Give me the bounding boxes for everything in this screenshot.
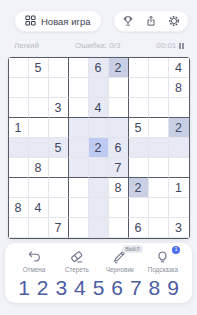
cell-r9c7[interactable]: 6 xyxy=(129,218,149,238)
cell-r2c1[interactable] xyxy=(9,78,29,98)
cell-r8c6[interactable] xyxy=(109,198,129,218)
toolbar: Отмена Стереть ВЫКЛ xyxy=(5,243,192,273)
status-bar: Легкий Ошибка: 0/3 00:01 xyxy=(0,32,197,50)
cell-r7c1[interactable] xyxy=(9,178,29,198)
cell-r3c2[interactable] xyxy=(29,98,49,118)
numpad-6[interactable]: 6 xyxy=(108,276,126,299)
hint-label: Подсказка xyxy=(148,266,178,273)
cell-r5c5[interactable]: 2 xyxy=(89,138,109,158)
numpad-5[interactable]: 5 xyxy=(90,276,108,299)
numpad: 1 2 3 4 5 6 7 8 9 xyxy=(5,273,192,299)
undo-icon xyxy=(27,249,42,264)
undo-button[interactable]: Отмена xyxy=(19,249,49,273)
cell-r5c9[interactable] xyxy=(169,138,189,158)
new-game-button[interactable]: Новая игра xyxy=(14,10,102,32)
grid-icon xyxy=(25,12,36,30)
cell-r5c8[interactable] xyxy=(149,138,169,158)
cell-r8c3[interactable] xyxy=(49,198,69,218)
cell-r8c7[interactable] xyxy=(129,198,149,218)
pause-icon[interactable] xyxy=(179,43,184,49)
cell-r6c6[interactable]: 7 xyxy=(109,158,129,178)
cell-r1c7[interactable] xyxy=(129,58,149,78)
cell-r8c9[interactable] xyxy=(169,198,189,218)
cell-r6c2[interactable]: 8 xyxy=(29,158,49,178)
header: Новая игра xyxy=(0,0,197,32)
numpad-8[interactable]: 8 xyxy=(145,276,163,299)
difficulty-label: Легкий xyxy=(14,41,39,50)
cell-r4c9[interactable]: 2 xyxy=(169,118,189,138)
cell-r2c9[interactable]: 8 xyxy=(169,78,189,98)
cell-r9c5[interactable] xyxy=(89,218,109,238)
cell-r4c3[interactable] xyxy=(49,118,69,138)
sudoku-board: 56248341525268782184763 xyxy=(8,57,190,239)
cell-r4c2[interactable] xyxy=(29,118,49,138)
cell-r1c6[interactable]: 2 xyxy=(109,58,129,78)
cell-r3c5[interactable]: 4 xyxy=(89,98,109,118)
cell-r5c6[interactable]: 6 xyxy=(109,138,129,158)
cell-r4c4[interactable] xyxy=(69,118,89,138)
cell-r7c8[interactable] xyxy=(149,178,169,198)
draft-label: Черновик xyxy=(106,266,134,273)
cell-r3c4[interactable] xyxy=(69,98,89,118)
cell-r6c7[interactable] xyxy=(129,158,149,178)
cell-r1c2[interactable]: 5 xyxy=(29,58,49,78)
cell-r6c4[interactable] xyxy=(69,158,89,178)
cell-r5c3[interactable]: 5 xyxy=(49,138,69,158)
cell-r8c1[interactable]: 8 xyxy=(9,198,29,218)
bottom-panel: Отмена Стереть ВЫКЛ xyxy=(5,243,192,303)
cell-r3c9[interactable] xyxy=(169,98,189,118)
cell-r7c7[interactable]: 2 xyxy=(129,178,149,198)
cell-r1c3[interactable] xyxy=(49,58,69,78)
cell-r8c8[interactable] xyxy=(149,198,169,218)
cell-r7c3[interactable] xyxy=(49,178,69,198)
lightbulb-icon xyxy=(155,249,170,264)
numpad-7[interactable]: 7 xyxy=(127,276,145,299)
cell-r6c5[interactable] xyxy=(89,158,109,178)
cell-r2c5[interactable] xyxy=(89,78,109,98)
cell-r5c7[interactable] xyxy=(129,138,149,158)
new-game-label: Новая игра xyxy=(41,16,91,27)
cell-r9c8[interactable] xyxy=(149,218,169,238)
cell-r2c6[interactable] xyxy=(109,78,129,98)
numpad-1[interactable]: 1 xyxy=(15,276,33,299)
mistakes-label: Ошибка: 0/3 xyxy=(75,41,120,50)
numpad-9[interactable]: 9 xyxy=(164,276,182,299)
timer: 00:01 xyxy=(156,41,184,50)
timer-value: 00:01 xyxy=(156,41,176,50)
cell-r6c9[interactable] xyxy=(169,158,189,178)
cell-r2c7[interactable] xyxy=(129,78,149,98)
cell-r1c8[interactable] xyxy=(149,58,169,78)
cell-r7c9[interactable]: 1 xyxy=(169,178,189,198)
eraser-icon xyxy=(69,249,84,264)
cell-r9c2[interactable] xyxy=(29,218,49,238)
cell-r3c1[interactable] xyxy=(9,98,29,118)
share-icon[interactable] xyxy=(145,15,157,27)
cell-r2c8[interactable] xyxy=(149,78,169,98)
cell-r7c6[interactable]: 8 xyxy=(109,178,129,198)
cell-r4c1[interactable]: 1 xyxy=(9,118,29,138)
cell-r9c1[interactable] xyxy=(9,218,29,238)
cell-r6c1[interactable] xyxy=(9,158,29,178)
cell-r2c4[interactable] xyxy=(69,78,89,98)
cell-r5c2[interactable] xyxy=(29,138,49,158)
cell-r9c3[interactable]: 7 xyxy=(49,218,69,238)
cell-r1c4[interactable] xyxy=(69,58,89,78)
numpad-4[interactable]: 4 xyxy=(71,276,89,299)
cell-r1c5[interactable]: 6 xyxy=(89,58,109,78)
cell-r2c2[interactable] xyxy=(29,78,49,98)
cell-r3c8[interactable] xyxy=(149,98,169,118)
trophy-icon[interactable] xyxy=(122,15,134,27)
cell-r3c7[interactable] xyxy=(129,98,149,118)
erase-label: Стереть xyxy=(65,266,89,273)
cell-r8c2[interactable]: 4 xyxy=(29,198,49,218)
cell-r7c2[interactable] xyxy=(29,178,49,198)
cell-r6c8[interactable] xyxy=(149,158,169,178)
undo-label: Отмена xyxy=(23,266,46,273)
cell-r5c4[interactable] xyxy=(69,138,89,158)
cell-r5c1[interactable] xyxy=(9,138,29,158)
cell-r1c1[interactable] xyxy=(9,58,29,78)
cell-r8c4[interactable] xyxy=(69,198,89,218)
gear-icon[interactable] xyxy=(168,15,180,27)
cell-r9c9[interactable]: 3 xyxy=(169,218,189,238)
cell-r4c8[interactable] xyxy=(149,118,169,138)
cell-r9c6[interactable] xyxy=(109,218,129,238)
draft-off-badge: ВЫКЛ xyxy=(122,245,142,253)
cell-r8c5[interactable] xyxy=(89,198,109,218)
numpad-2[interactable]: 2 xyxy=(34,276,52,299)
draft-button[interactable]: ВЫКЛ Черновик xyxy=(105,249,135,273)
cell-r9c4[interactable] xyxy=(69,218,89,238)
cell-r2c3[interactable] xyxy=(49,78,69,98)
hint-button[interactable]: 1 Подсказка xyxy=(148,249,178,273)
erase-button[interactable]: Стереть xyxy=(62,249,92,273)
cell-r4c5[interactable] xyxy=(89,118,109,138)
cell-r7c5[interactable] xyxy=(89,178,109,198)
cell-r3c6[interactable] xyxy=(109,98,129,118)
header-icon-bar xyxy=(113,10,189,32)
cell-r7c4[interactable] xyxy=(69,178,89,198)
cell-r6c3[interactable] xyxy=(49,158,69,178)
cell-r3c3[interactable]: 3 xyxy=(49,98,69,118)
numpad-3[interactable]: 3 xyxy=(52,276,70,299)
app-screen: Новая игра xyxy=(0,0,197,315)
cell-r4c6[interactable] xyxy=(109,118,129,138)
hint-count-badge: 1 xyxy=(172,246,180,254)
cell-r1c9[interactable]: 4 xyxy=(169,58,189,78)
cell-r4c7[interactable]: 5 xyxy=(129,118,149,138)
